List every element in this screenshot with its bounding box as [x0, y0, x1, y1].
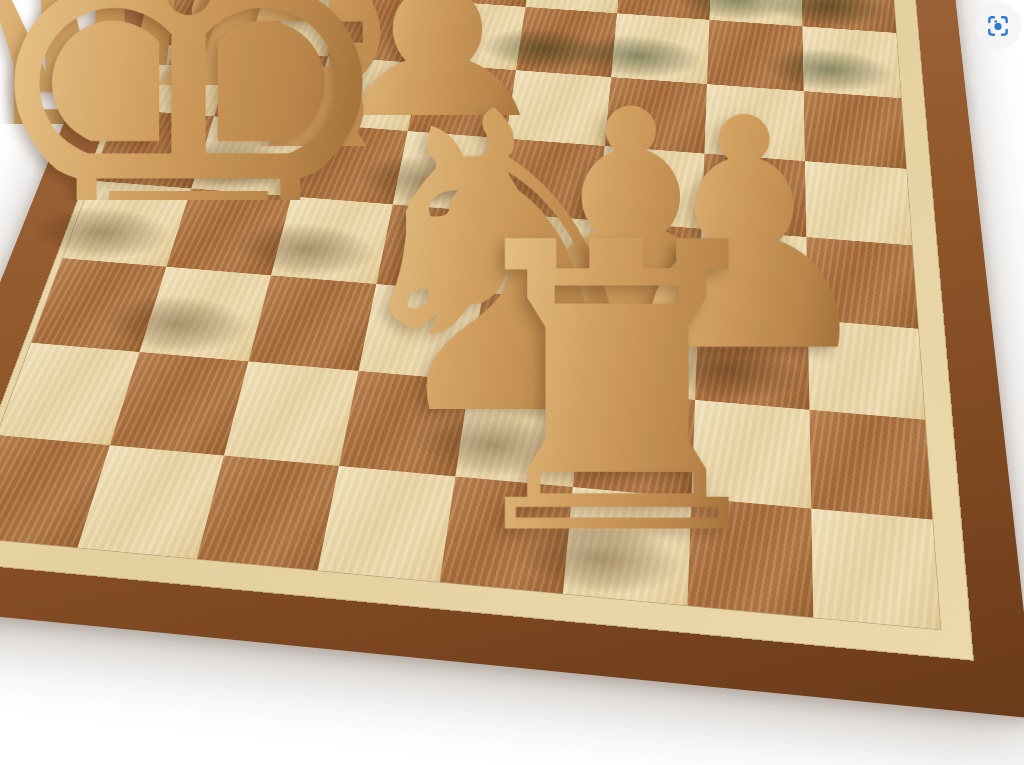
- square-d2: [339, 371, 470, 477]
- square-e4: [483, 212, 598, 301]
- square-f6: [605, 77, 707, 153]
- square-c2: [224, 361, 359, 466]
- lens-search-button[interactable]: [975, 3, 1021, 49]
- square-h1: [811, 509, 940, 630]
- square-b6: [214, 50, 328, 124]
- chess-board-grid: [0, 0, 940, 629]
- square-b7: [235, 0, 344, 56]
- square-e7: [516, 7, 617, 77]
- square-g3: [695, 311, 809, 410]
- board-inlay: ♛♚♟♝♟♞♟♜♟♜♞♟♝♛♝♜: [0, 0, 974, 661]
- square-h4: [806, 237, 918, 329]
- square-g4: [698, 229, 807, 320]
- camera-lens-icon: [985, 13, 1011, 39]
- square-d3: [359, 284, 483, 380]
- square-c4: [271, 196, 393, 284]
- square-g7: [707, 20, 804, 91]
- square-e3: [470, 293, 590, 390]
- square-b5: [191, 116, 310, 196]
- square-c3: [248, 275, 376, 371]
- square-d6: [408, 63, 516, 138]
- square-e2: [455, 380, 582, 487]
- square-g5: [702, 154, 807, 238]
- square-d4: [376, 204, 494, 292]
- square-h7: [802, 26, 901, 98]
- square-c6: [310, 56, 421, 131]
- square-f3: [582, 302, 699, 400]
- chess-board: ♛♚♟♝♟♞♟♜♟♜♞♟♝♛♝♜: [0, 0, 1024, 719]
- square-h5: [805, 161, 912, 245]
- square-g2: [691, 400, 811, 509]
- square-d7: [422, 1, 526, 71]
- square-e6: [506, 70, 611, 146]
- square-f5: [598, 146, 705, 229]
- square-f2: [573, 390, 695, 498]
- square-c5: [292, 124, 408, 205]
- board-scene: ♛♚♟♝♟♞♟♜♟♜♞♟♝♛♝♜: [0, 0, 1024, 765]
- square-g6: [704, 84, 805, 161]
- square-c7: [328, 0, 434, 63]
- photo-backdrop: ♛♚♟♝♟♞♟♜♟♜♞♟♝♛♝♜: [0, 0, 1024, 765]
- square-f4: [590, 221, 701, 311]
